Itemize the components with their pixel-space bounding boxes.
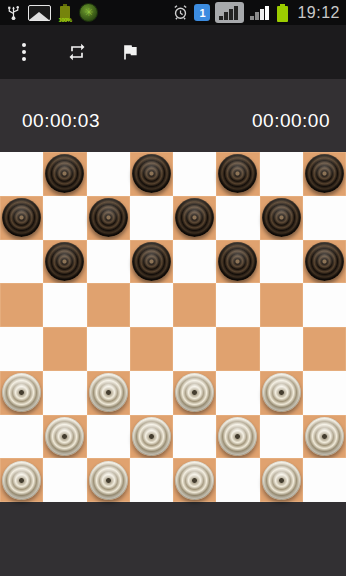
light-piece[interactable] (218, 417, 257, 456)
board-cell[interactable] (130, 371, 173, 415)
board-cell[interactable] (130, 196, 173, 240)
board-cell[interactable] (216, 458, 259, 502)
light-piece[interactable] (262, 373, 301, 412)
status-bar: 100% ✳ 1 19:12 (0, 0, 346, 25)
board-cell[interactable] (260, 371, 303, 415)
board-cell[interactable] (0, 458, 43, 502)
board-cell[interactable] (87, 283, 130, 327)
light-piece[interactable] (132, 417, 171, 456)
gallery-icon (28, 5, 51, 21)
board-cell[interactable] (303, 240, 346, 284)
board-cell[interactable] (303, 371, 346, 415)
board-cell[interactable] (87, 152, 130, 196)
dark-piece[interactable] (218, 242, 257, 281)
dark-piece[interactable] (132, 242, 171, 281)
board-cell[interactable] (260, 240, 303, 284)
board-cell[interactable] (303, 283, 346, 327)
board-cell[interactable] (303, 458, 346, 502)
board-cell[interactable] (216, 283, 259, 327)
board-cell[interactable] (0, 152, 43, 196)
board-cell[interactable] (303, 415, 346, 459)
right-player-timer: 00:00:00 (252, 110, 330, 132)
board-cell[interactable] (303, 327, 346, 371)
overflow-menu-icon (22, 43, 26, 61)
light-piece[interactable] (45, 417, 84, 456)
board-cell[interactable] (0, 415, 43, 459)
left-player-timer: 00:00:03 (22, 110, 100, 132)
board-cell[interactable] (303, 152, 346, 196)
board-cell[interactable] (216, 152, 259, 196)
dark-piece[interactable] (45, 242, 84, 281)
dark-piece[interactable] (45, 154, 84, 193)
board-cell[interactable] (173, 240, 216, 284)
alarm-icon (172, 4, 189, 21)
notification-count-badge: 1 (194, 4, 210, 21)
board-cell[interactable] (43, 240, 86, 284)
dark-piece[interactable] (132, 154, 171, 193)
board-cell[interactable] (0, 283, 43, 327)
status-bar-clock: 19:12 (297, 4, 340, 22)
flag-icon (120, 42, 140, 62)
board (0, 152, 346, 502)
light-piece[interactable] (2, 373, 41, 412)
board-cell[interactable] (43, 458, 86, 502)
board-cell[interactable] (43, 415, 86, 459)
battery-icon (276, 3, 289, 22)
board-cell[interactable] (173, 458, 216, 502)
board-cell[interactable] (87, 458, 130, 502)
light-piece[interactable] (175, 461, 214, 500)
board-cell[interactable] (260, 196, 303, 240)
board-cell[interactable] (43, 371, 86, 415)
board-cell[interactable] (260, 283, 303, 327)
dark-piece[interactable] (262, 198, 301, 237)
signal-strength-icon (249, 2, 271, 23)
light-piece[interactable] (89, 461, 128, 500)
board-cell[interactable] (87, 327, 130, 371)
board-cell[interactable] (130, 458, 173, 502)
board-cell[interactable] (216, 415, 259, 459)
board-cell[interactable] (130, 415, 173, 459)
board-cell[interactable] (216, 240, 259, 284)
signal-boxed-icon (215, 2, 244, 23)
board-cell[interactable] (260, 327, 303, 371)
light-piece[interactable] (262, 461, 301, 500)
board-cell[interactable] (0, 327, 43, 371)
overflow-menu-button[interactable] (14, 40, 34, 64)
board-cell[interactable] (0, 196, 43, 240)
board-cell[interactable] (130, 327, 173, 371)
board-cell[interactable] (0, 371, 43, 415)
board-cell[interactable] (0, 240, 43, 284)
antivirus-badge-icon: ✳ (79, 3, 98, 22)
resign-flag-button[interactable] (120, 40, 140, 64)
light-piece[interactable] (175, 373, 214, 412)
light-piece[interactable] (89, 373, 128, 412)
dark-piece[interactable] (305, 242, 344, 281)
board-cell[interactable] (43, 283, 86, 327)
dark-piece[interactable] (305, 154, 344, 193)
board-cell[interactable] (260, 458, 303, 502)
board-cell[interactable] (130, 283, 173, 327)
board-cell[interactable] (260, 152, 303, 196)
restart-game-button[interactable] (67, 40, 87, 64)
board-cell[interactable] (43, 152, 86, 196)
board-cell[interactable] (43, 196, 86, 240)
board-cell[interactable] (216, 371, 259, 415)
board-cell[interactable] (173, 196, 216, 240)
dark-piece[interactable] (89, 198, 128, 237)
board-cell[interactable] (87, 196, 130, 240)
status-bar-left: 100% ✳ (6, 3, 98, 22)
repeat-icon (67, 42, 87, 62)
board-cell[interactable] (216, 327, 259, 371)
footer-panel (0, 502, 346, 576)
board-cell[interactable] (43, 327, 86, 371)
board-cell[interactable] (303, 196, 346, 240)
app-toolbar (0, 25, 346, 79)
board-cell[interactable] (260, 415, 303, 459)
dark-piece[interactable] (175, 198, 214, 237)
timer-bar: 00:00:03 00:00:00 (0, 79, 346, 152)
board-cell[interactable] (130, 152, 173, 196)
battery-percent-label: 100% (56, 17, 74, 23)
board-cell[interactable] (87, 240, 130, 284)
battery-100-icon: 100% (58, 4, 72, 22)
board-cell[interactable] (216, 196, 259, 240)
usb-icon (6, 4, 21, 21)
board-cell[interactable] (173, 415, 216, 459)
board-cell[interactable] (87, 415, 130, 459)
board-cell[interactable] (173, 327, 216, 371)
checkers-app-screen: 100% ✳ 1 19:12 (0, 0, 346, 576)
light-piece[interactable] (2, 461, 41, 500)
board-cell[interactable] (130, 240, 173, 284)
board-cell[interactable] (173, 152, 216, 196)
light-piece[interactable] (305, 417, 344, 456)
dark-piece[interactable] (218, 154, 257, 193)
board-cell[interactable] (173, 371, 216, 415)
board-cell[interactable] (87, 371, 130, 415)
dark-piece[interactable] (2, 198, 41, 237)
board-cell[interactable] (173, 283, 216, 327)
status-bar-right: 1 19:12 (172, 2, 340, 23)
